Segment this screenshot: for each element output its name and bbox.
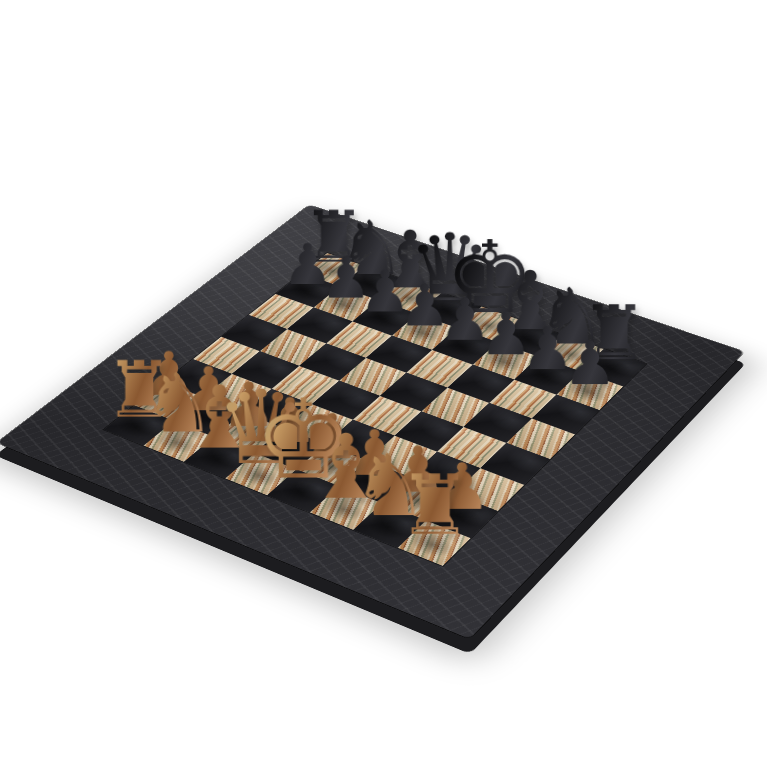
board-squares <box>103 253 646 566</box>
black-bishop-c8: ♝ <box>334 149 485 296</box>
black-pawn-e7: ♟ <box>387 194 543 346</box>
square-a4 <box>192 336 259 373</box>
black-knight-b8: ♞ <box>296 136 446 282</box>
scene: ♜♞♝♛♚♝♞♜♟♟♟♟♟♟♟♟♟♟♟♟♟♟♟♟♜♞♝♛♚♝♞♜ <box>0 0 767 767</box>
square-a3 <box>163 359 231 397</box>
white-pawn-a2: ♟ <box>88 244 248 400</box>
square-f3 <box>367 435 437 476</box>
square-c5 <box>299 343 366 380</box>
square-b4 <box>231 351 298 389</box>
black-queen-d8: ♛ <box>373 161 525 310</box>
white-pawn-b2: ♟ <box>127 259 289 417</box>
black-king-e8: ♚ <box>412 174 566 324</box>
product-photo-page: { "game": "chess", "scene_description": … <box>0 0 767 767</box>
square-b5 <box>259 329 325 366</box>
square-d5 <box>339 357 406 395</box>
black-bishop-f8: ♝ <box>452 187 607 338</box>
photo-stage: ♜♞♝♛♚♝♞♜♟♟♟♟♟♟♟♟♟♟♟♟♟♟♟♟♜♞♝♛♚♝♞♜ <box>0 0 767 767</box>
black-rook-a8: ♜ <box>259 124 408 269</box>
black-pawn-d7: ♟ <box>347 181 501 331</box>
black-pawn-a7: ♟ <box>232 143 383 290</box>
chess-board: ♜♞♝♛♚♝♞♜♟♟♟♟♟♟♟♟♟♟♟♟♟♟♟♟♜♞♝♛♚♝♞♜ <box>0 204 744 638</box>
square-d4 <box>311 380 379 419</box>
black-pawn-c7: ♟ <box>308 168 461 317</box>
square-c4 <box>271 365 339 403</box>
square-a5 <box>221 315 287 351</box>
black-pawn-b7: ♟ <box>270 155 422 303</box>
